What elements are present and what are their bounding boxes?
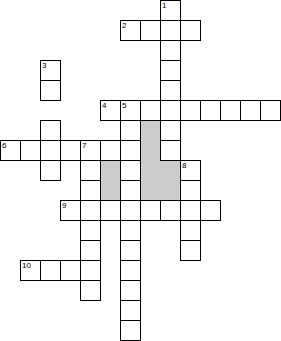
grid-cell[interactable] bbox=[20, 260, 41, 281]
grid-cell[interactable] bbox=[200, 200, 221, 221]
grid-cell[interactable] bbox=[160, 80, 181, 101]
grid-cell[interactable] bbox=[40, 260, 61, 281]
grid-cell[interactable] bbox=[120, 300, 141, 321]
grid-cell[interactable] bbox=[120, 280, 141, 301]
crossword-board: 12345678910 bbox=[0, 0, 281, 341]
grid-cell[interactable] bbox=[140, 200, 161, 221]
shaded-block bbox=[140, 180, 161, 201]
grid-cell[interactable] bbox=[120, 120, 141, 141]
grid-cell[interactable] bbox=[140, 20, 161, 41]
grid-cell[interactable] bbox=[180, 180, 201, 201]
grid-cell[interactable] bbox=[40, 80, 61, 101]
grid-cell[interactable] bbox=[80, 260, 101, 281]
grid-cell[interactable] bbox=[120, 220, 141, 241]
grid-cell[interactable] bbox=[160, 40, 181, 61]
grid-cell[interactable] bbox=[120, 260, 141, 281]
grid-cell[interactable] bbox=[60, 140, 81, 161]
grid-cell[interactable] bbox=[100, 140, 121, 161]
grid-cell[interactable] bbox=[160, 60, 181, 81]
grid-cell[interactable] bbox=[60, 260, 81, 281]
grid-cell[interactable] bbox=[160, 100, 181, 121]
shaded-block bbox=[140, 120, 161, 141]
grid-cell[interactable] bbox=[240, 100, 261, 121]
grid-cell[interactable] bbox=[40, 160, 61, 181]
grid-cell[interactable] bbox=[160, 0, 181, 21]
grid-cell[interactable] bbox=[40, 140, 61, 161]
grid-cell[interactable] bbox=[120, 240, 141, 261]
grid-cell[interactable] bbox=[220, 100, 241, 121]
grid-cell[interactable] bbox=[180, 200, 201, 221]
grid-cell[interactable] bbox=[80, 220, 101, 241]
grid-cell[interactable] bbox=[260, 100, 281, 121]
grid-cell[interactable] bbox=[120, 180, 141, 201]
shaded-block bbox=[140, 160, 161, 181]
grid-cell[interactable] bbox=[120, 20, 141, 41]
grid-cell[interactable] bbox=[80, 180, 101, 201]
shaded-block bbox=[100, 180, 121, 201]
shaded-block bbox=[160, 160, 181, 181]
grid-cell[interactable] bbox=[200, 100, 221, 121]
grid-cell[interactable] bbox=[160, 20, 181, 41]
grid-cell[interactable] bbox=[160, 120, 181, 141]
grid-cell[interactable] bbox=[140, 100, 161, 121]
grid-cell[interactable] bbox=[40, 120, 61, 141]
grid-cell[interactable] bbox=[80, 140, 101, 161]
grid-cell[interactable] bbox=[80, 280, 101, 301]
shaded-block bbox=[100, 160, 121, 181]
grid-cell[interactable] bbox=[120, 200, 141, 221]
grid-cell[interactable] bbox=[0, 140, 21, 161]
grid-cell[interactable] bbox=[60, 200, 81, 221]
grid-cell[interactable] bbox=[80, 200, 101, 221]
grid-cell[interactable] bbox=[80, 160, 101, 181]
grid-cell[interactable] bbox=[180, 220, 201, 241]
grid-cell[interactable] bbox=[20, 140, 41, 161]
grid-cell[interactable] bbox=[120, 160, 141, 181]
grid-cell[interactable] bbox=[180, 240, 201, 261]
grid-cell[interactable] bbox=[100, 100, 121, 121]
grid-cell[interactable] bbox=[180, 100, 201, 121]
grid-cell[interactable] bbox=[180, 20, 201, 41]
grid-cell[interactable] bbox=[120, 320, 141, 341]
grid-cell[interactable] bbox=[80, 240, 101, 261]
shaded-block bbox=[140, 140, 161, 161]
grid-cell[interactable] bbox=[160, 140, 181, 161]
grid-cell[interactable] bbox=[100, 200, 121, 221]
grid-cell[interactable] bbox=[180, 160, 201, 181]
grid-cell[interactable] bbox=[40, 60, 61, 81]
grid-cell[interactable] bbox=[160, 200, 181, 221]
shaded-block bbox=[160, 180, 181, 201]
grid-cell[interactable] bbox=[120, 100, 141, 121]
grid-cell[interactable] bbox=[120, 140, 141, 161]
